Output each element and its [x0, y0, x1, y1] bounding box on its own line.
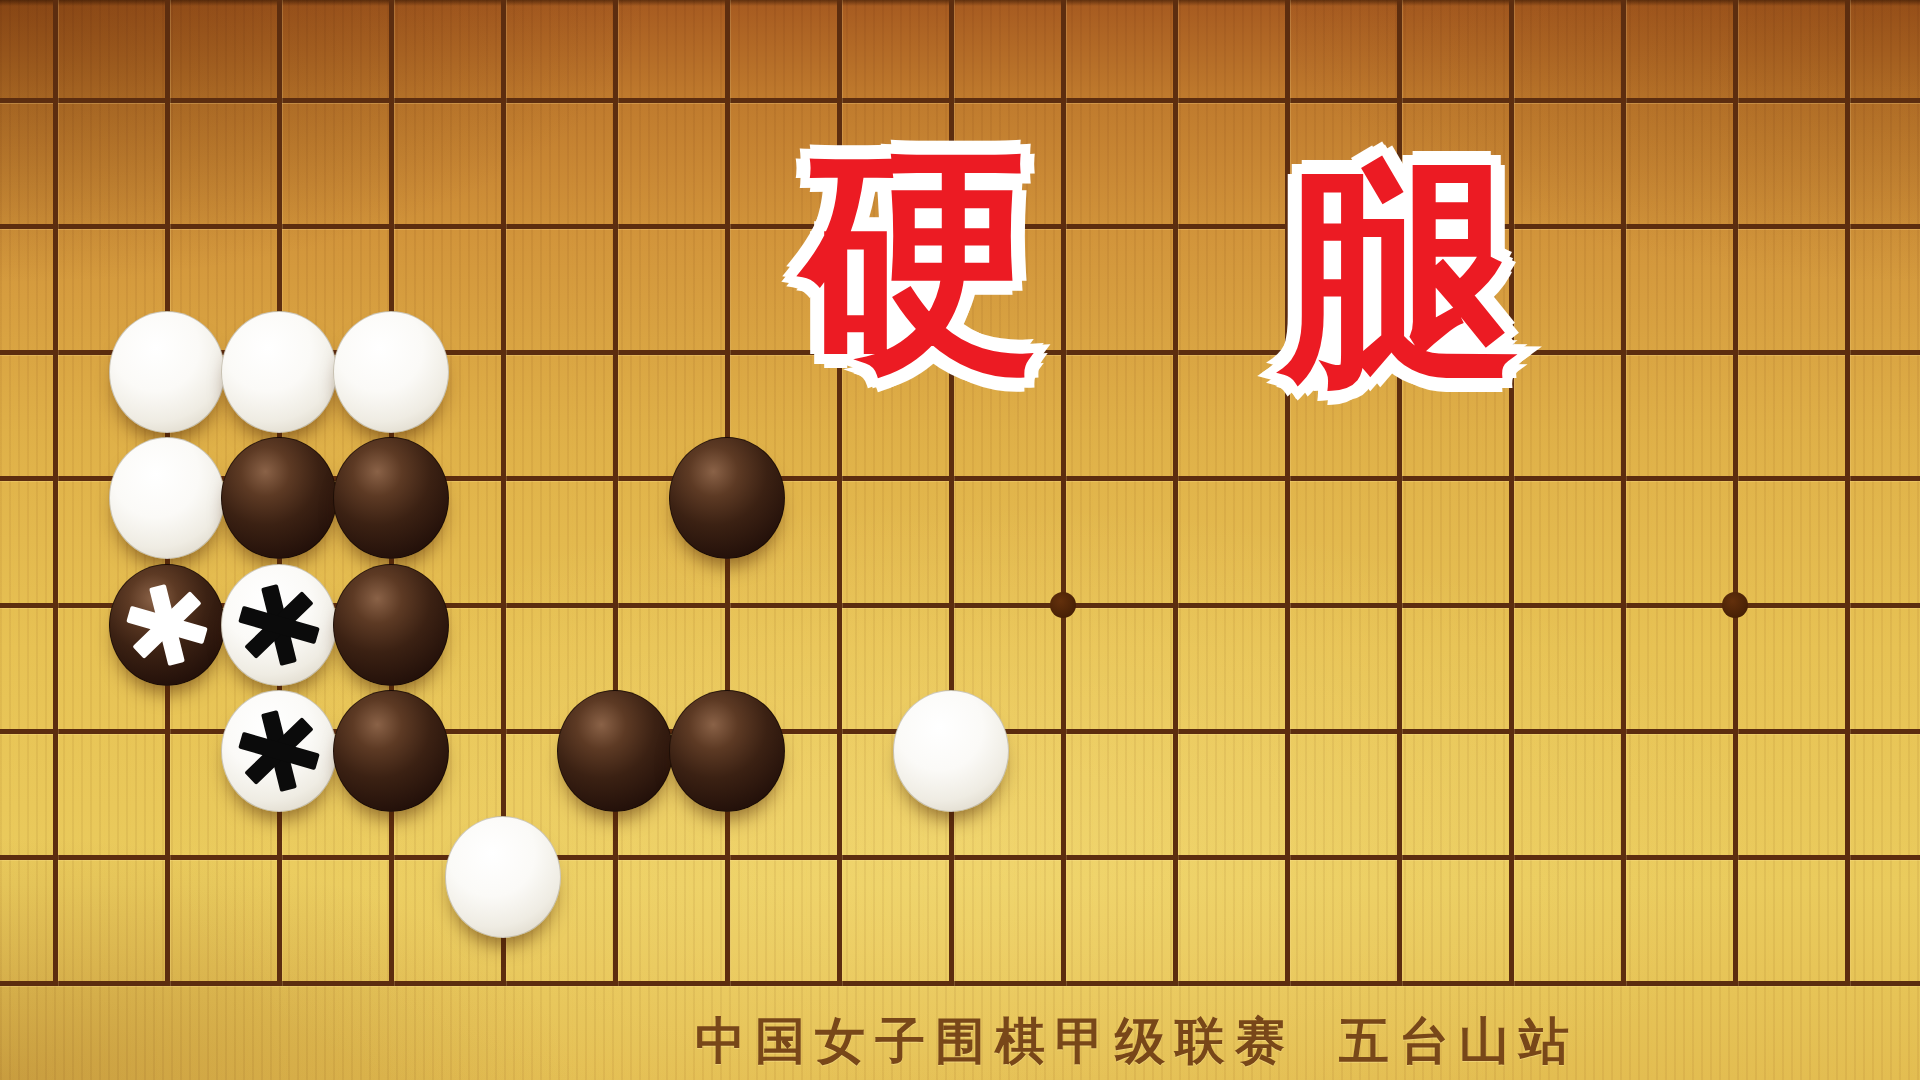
white-stone [109, 437, 225, 559]
title-character-ying: 硬 [801, 143, 1039, 381]
black-stone [333, 564, 449, 686]
white-stone [333, 311, 449, 433]
grid-line-horizontal [0, 855, 1920, 860]
star-point [1050, 592, 1076, 618]
grid-line-vertical [1621, 0, 1626, 986]
caption-venue-text: 五台山站 [1339, 1011, 1579, 1070]
black-stone [109, 564, 225, 686]
board-engraving-caption: 中国女子围棋甲级联赛五台山站 [695, 1008, 1579, 1075]
asterisk-mark [231, 703, 328, 800]
grid-line-vertical [1173, 0, 1178, 986]
grid-line-vertical [1061, 0, 1066, 986]
title-character-tui: 腿 [1281, 153, 1519, 391]
grid-line-horizontal [0, 98, 1920, 103]
grid-line-vertical [53, 0, 58, 986]
white-stone [893, 690, 1009, 812]
grid-line-vertical [613, 0, 618, 986]
grid-line-vertical [1733, 0, 1738, 986]
asterisk-mark [231, 577, 328, 674]
black-stone [669, 437, 785, 559]
white-stone [445, 816, 561, 938]
white-stone [221, 690, 337, 812]
black-stone [221, 437, 337, 559]
black-stone [333, 437, 449, 559]
caption-league-text: 中国女子围棋甲级联赛 [695, 1011, 1295, 1070]
asterisk-mark [119, 577, 216, 674]
black-stone [557, 690, 673, 812]
go-board-photo: 硬 腿 中国女子围棋甲级联赛五台山站 [0, 0, 1920, 1080]
black-stone [333, 690, 449, 812]
white-stone [221, 564, 337, 686]
grid-line-horizontal [0, 981, 1920, 986]
black-stone [669, 690, 785, 812]
white-stone [109, 311, 225, 433]
grid-line-vertical [1845, 0, 1850, 986]
star-point [1722, 592, 1748, 618]
top-edge-shadow [0, 0, 1920, 6]
white-stone [221, 311, 337, 433]
